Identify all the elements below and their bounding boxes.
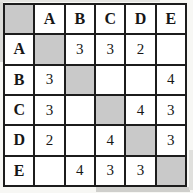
- row-header-D: D: [5, 126, 33, 154]
- cell-B-E: 4: [157, 66, 185, 94]
- cell-A-B: 3: [66, 35, 94, 63]
- scan-artifact: [96, 187, 190, 192]
- col-header-D: D: [126, 5, 154, 33]
- row-header-B: B: [5, 66, 33, 94]
- col-header-A: A: [35, 5, 63, 33]
- cell-C-B: [66, 96, 94, 124]
- col-header-E: E: [157, 5, 185, 33]
- cell-B-C: [96, 66, 124, 94]
- cell-E-E: [157, 157, 185, 185]
- cell-E-C: 3: [96, 157, 124, 185]
- row-header-E: E: [5, 157, 33, 185]
- cell-C-E: 3: [157, 96, 185, 124]
- cell-A-E: [157, 35, 185, 63]
- col-header-B: B: [66, 5, 94, 33]
- cell-E-D: 3: [126, 157, 154, 185]
- cell-D-E: 3: [157, 126, 185, 154]
- cell-E-B: 4: [66, 157, 94, 185]
- cell-B-A: 3: [35, 66, 63, 94]
- cell-C-C: [96, 96, 124, 124]
- cell-A-D: 2: [126, 35, 154, 63]
- scanned-table-page: A B C D E A 3 3 2 B 3 4 C 3 4 3 D 2 4 3 …: [0, 0, 193, 193]
- cell-A-C: 3: [96, 35, 124, 63]
- corner-cell: [5, 5, 33, 33]
- row-header-A: A: [5, 35, 33, 63]
- row-header-C: C: [5, 96, 33, 124]
- col-header-C: C: [96, 5, 124, 33]
- distance-matrix-board: A B C D E A 3 3 2 B 3 4 C 3 4 3 D 2 4 3 …: [3, 3, 187, 187]
- cell-D-C: 4: [96, 126, 124, 154]
- cell-C-A: 3: [35, 96, 63, 124]
- cell-D-A: 2: [35, 126, 63, 154]
- cell-B-B: [66, 66, 94, 94]
- cell-B-D: [126, 66, 154, 94]
- cell-A-A: [35, 35, 63, 63]
- cell-E-A: [35, 157, 63, 185]
- scan-artifact: [0, 0, 160, 2]
- cell-D-D: [126, 126, 154, 154]
- scan-artifact: [189, 150, 193, 190]
- cell-C-D: 4: [126, 96, 154, 124]
- cell-D-B: [66, 126, 94, 154]
